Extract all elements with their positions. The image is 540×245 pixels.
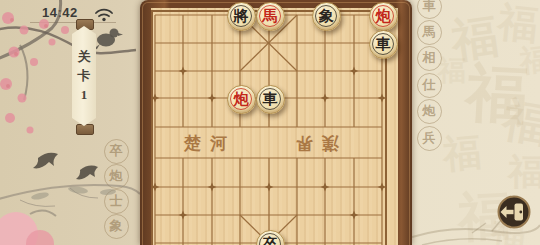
fu-character: 福 [518,39,540,83]
piece-象-black[interactable]: 象 [312,2,341,31]
watermark-piece-車: 車 [417,0,442,19]
piece-label: 炮 [234,86,249,113]
plum-blossom-artwork [0,0,140,245]
banner-ribbon: 关 卡 1 [72,26,96,126]
watermark-piece-馬: 馬 [417,20,442,45]
piece-將-black[interactable]: 將 [227,2,256,31]
piece-label: 車 [376,31,391,58]
watermark-piece-炮: 炮 [417,99,442,124]
piece-label: 炮 [376,3,391,30]
watermark-piece-相: 相 [417,46,442,71]
river-label-right: 漢界 [287,132,339,155]
banner-bottom-knob [76,124,94,135]
banner-char: 关 [78,50,91,64]
piece-label: 車 [263,86,278,113]
fu-character: 福 [495,0,540,53]
exit-button[interactable] [497,195,531,229]
fu-character: 福 [464,50,530,137]
piece-炮-red[interactable]: 炮 [227,85,256,114]
piece-label: 卒 [263,231,278,245]
piece-label: 象 [319,3,334,30]
fu-character: 福 [498,88,540,157]
piece-label: 馬 [263,3,278,30]
fu-character: 福 [441,126,483,180]
river-label-left: 楚河 [184,132,236,155]
watermark-piece-兵: 兵 [417,126,442,151]
level-banner: 关 卡 1 [72,19,96,133]
xiangqi-level-screen: { "game": "xiangqi", "status_bar": { "ti… [0,0,540,245]
exit-door-icon [497,195,531,229]
peach-blossom [0,210,56,245]
perched-bird-icon [92,29,123,51]
piece-label: 將 [234,3,249,30]
fu-character: 福 [438,52,466,90]
piece-馬-red[interactable]: 馬 [256,2,285,31]
piece-炮-red[interactable]: 炮 [369,2,398,31]
swallow-icons [33,153,98,180]
watermark-piece-仕: 仕 [417,73,442,98]
piece-車-black[interactable]: 車 [369,30,398,59]
banner-char: 卡 [78,69,91,83]
fu-character: 福 [448,5,502,73]
banner-char: 1 [81,88,88,102]
piece-車-black[interactable]: 車 [256,85,285,114]
xiangqi-board[interactable]: 楚河 漢界 將馬象炮車炮車卒 [140,0,412,245]
